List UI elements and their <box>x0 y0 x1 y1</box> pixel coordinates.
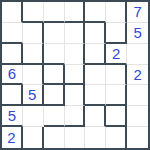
cell-r4c5[interactable] <box>85 65 106 86</box>
cell-r7c6[interactable] <box>106 127 127 148</box>
cell-r4c7[interactable]: 2 <box>127 65 148 86</box>
given-digit: 2 <box>112 46 120 61</box>
cell-r7c2[interactable] <box>23 127 44 148</box>
cell-r3c4[interactable] <box>65 44 86 65</box>
cell-r1c6[interactable] <box>106 2 127 23</box>
cell-r6c1[interactable]: 5 <box>2 106 23 127</box>
cell-r3c7[interactable] <box>127 44 148 65</box>
cell-r7c7[interactable] <box>127 127 148 148</box>
cell-r3c3[interactable] <box>44 44 65 65</box>
given-digit: 5 <box>8 108 16 123</box>
given-digit: 2 <box>7 130 15 145</box>
puzzle-board: 75262552 <box>0 0 150 150</box>
cell-r4c2[interactable] <box>23 65 44 86</box>
cell-r3c1[interactable] <box>2 44 23 65</box>
cell-r5c2[interactable]: 5 <box>23 85 44 106</box>
cell-r3c5[interactable] <box>85 44 106 65</box>
cell-r1c2[interactable] <box>23 2 44 23</box>
cell-r7c4[interactable] <box>65 127 86 148</box>
cell-r4c6[interactable] <box>106 65 127 86</box>
cell-r2c3[interactable] <box>44 23 65 44</box>
given-digit: 7 <box>133 4 141 19</box>
cell-r2c1[interactable] <box>2 23 23 44</box>
cell-r2c2[interactable] <box>23 23 44 44</box>
cell-r6c4[interactable] <box>65 106 86 127</box>
cell-r1c7[interactable]: 7 <box>127 2 148 23</box>
given-digit: 5 <box>28 87 36 102</box>
cell-r7c1[interactable]: 2 <box>2 127 23 148</box>
cell-r6c2[interactable] <box>23 106 44 127</box>
cell-r7c5[interactable] <box>85 127 106 148</box>
cell-r1c5[interactable] <box>85 2 106 23</box>
cell-r5c4[interactable] <box>65 85 86 106</box>
cell-r6c5[interactable] <box>85 106 106 127</box>
cell-r1c3[interactable] <box>44 2 65 23</box>
cell-r6c3[interactable] <box>44 106 65 127</box>
cell-r2c4[interactable] <box>65 23 86 44</box>
cell-r5c3[interactable] <box>44 85 65 106</box>
cell-r6c7[interactable] <box>127 106 148 127</box>
cell-r1c1[interactable] <box>2 2 23 23</box>
cell-r5c1[interactable] <box>2 85 23 106</box>
cell-r6c6[interactable] <box>106 106 127 127</box>
cell-r5c6[interactable] <box>106 85 127 106</box>
cell-r2c6[interactable] <box>106 23 127 44</box>
cell-r1c4[interactable] <box>65 2 86 23</box>
cell-r2c5[interactable] <box>85 23 106 44</box>
given-digit: 6 <box>8 66 16 81</box>
cell-r4c4[interactable] <box>65 65 86 86</box>
given-digit: 5 <box>133 25 141 40</box>
cell-r5c5[interactable] <box>85 85 106 106</box>
cell-r3c2[interactable] <box>23 44 44 65</box>
cell-r4c1[interactable]: 6 <box>2 65 23 86</box>
cell-r5c7[interactable] <box>127 85 148 106</box>
cell-r3c6[interactable]: 2 <box>106 44 127 65</box>
cell-r7c3[interactable] <box>44 127 65 148</box>
cell-r4c3[interactable] <box>44 65 65 86</box>
cell-r2c7[interactable]: 5 <box>127 23 148 44</box>
given-digit: 2 <box>133 67 141 82</box>
